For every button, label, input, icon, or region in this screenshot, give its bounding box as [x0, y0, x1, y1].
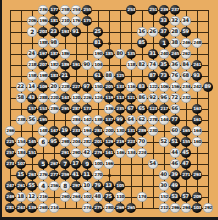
white-stone-214[interactable]: 214	[49, 203, 60, 214]
black-stone-273[interactable]: 273	[5, 159, 16, 170]
white-stone-166[interactable]: 166	[104, 159, 115, 170]
black-stone-141[interactable]: 141	[104, 148, 115, 159]
black-stone-123[interactable]: 123	[148, 104, 159, 115]
black-stone-277[interactable]: 277	[49, 170, 60, 181]
white-stone-48[interactable]: 48	[93, 192, 104, 203]
white-stone-254[interactable]: 254	[71, 5, 82, 16]
white-stone-30[interactable]: 30	[159, 181, 170, 192]
black-stone-89[interactable]: 89	[203, 82, 214, 93]
white-stone-62[interactable]: 62	[137, 115, 148, 126]
black-stone-41[interactable]: 41	[71, 170, 82, 181]
white-stone-76[interactable]: 76	[170, 71, 181, 82]
move-number: 186	[61, 52, 69, 56]
black-stone-45[interactable]: 45	[181, 148, 192, 159]
black-stone-135[interactable]: 135	[126, 49, 137, 60]
move-number: 2	[30, 29, 34, 35]
black-stone-269[interactable]: 269	[115, 203, 126, 214]
move-number: 57	[183, 194, 189, 199]
black-stone-281[interactable]: 281	[5, 203, 16, 214]
white-stone-52[interactable]: 52	[159, 137, 170, 148]
black-stone-65[interactable]: 65	[137, 104, 148, 115]
black-stone-225[interactable]: 225	[5, 137, 16, 148]
move-number: 173	[83, 107, 91, 111]
black-stone-25[interactable]: 25	[93, 27, 104, 38]
black-stone-5[interactable]: 5	[38, 159, 49, 170]
white-stone-298[interactable]: 298	[60, 137, 71, 148]
black-stone-15[interactable]: 15	[16, 170, 27, 181]
black-stone-177[interactable]: 177	[49, 5, 60, 16]
black-stone-109[interactable]: 109	[38, 82, 49, 93]
white-stone-28[interactable]: 28	[170, 27, 181, 38]
black-stone-291[interactable]: 291	[60, 148, 71, 159]
white-stone-148[interactable]: 148	[38, 126, 49, 137]
black-stone-79[interactable]: 79	[93, 181, 104, 192]
black-stone-155[interactable]: 155	[181, 137, 192, 148]
white-stone-8[interactable]: 8	[60, 181, 71, 192]
white-stone-100[interactable]: 100	[93, 159, 104, 170]
black-stone-55[interactable]: 55	[27, 181, 38, 192]
move-number: 26	[150, 29, 156, 34]
move-number: 243	[17, 206, 25, 210]
move-number: 100	[94, 162, 102, 166]
white-stone-46[interactable]: 46	[170, 159, 181, 170]
black-stone-119[interactable]: 119	[104, 93, 115, 104]
white-stone-120[interactable]: 120	[71, 93, 82, 104]
move-number: 92	[150, 95, 156, 100]
white-stone-136[interactable]: 136	[104, 104, 115, 115]
white-stone-106[interactable]: 106	[159, 82, 170, 93]
white-stone-232[interactable]: 232	[181, 93, 192, 104]
white-stone-196[interactable]: 196	[38, 16, 49, 27]
black-stone-157[interactable]: 157	[27, 104, 38, 115]
move-number: 147	[50, 129, 58, 133]
black-stone-97[interactable]: 97	[82, 82, 93, 93]
white-stone-290[interactable]: 290	[71, 148, 82, 159]
black-stone-227[interactable]: 227	[71, 82, 82, 93]
white-stone-190[interactable]: 190	[93, 49, 104, 60]
move-number: 104	[94, 63, 102, 67]
white-stone-38[interactable]: 38	[170, 38, 181, 49]
move-number: 292	[204, 206, 212, 210]
black-stone-209[interactable]: 209	[192, 192, 203, 203]
black-stone-205[interactable]: 205	[104, 82, 115, 93]
black-stone-263[interactable]: 263	[27, 170, 38, 181]
black-stone-181[interactable]: 181	[49, 16, 60, 27]
move-number: 187	[50, 52, 58, 56]
white-stone-116[interactable]: 116	[126, 82, 137, 93]
white-stone-236[interactable]: 236	[38, 5, 49, 16]
white-stone-66[interactable]: 66	[170, 104, 181, 115]
white-stone-238[interactable]: 238	[16, 115, 27, 126]
white-stone-242[interactable]: 242	[192, 82, 203, 93]
white-stone-144[interactable]: 144	[159, 115, 170, 126]
white-stone-42[interactable]: 42	[82, 148, 93, 159]
black-stone-223[interactable]: 223	[126, 137, 137, 148]
white-stone-102[interactable]: 102	[82, 192, 93, 203]
move-number: 138	[94, 118, 102, 122]
black-stone-217[interactable]: 217	[159, 104, 170, 115]
black-stone-121[interactable]: 121	[126, 93, 137, 104]
black-stone-9[interactable]: 9	[82, 159, 93, 170]
black-stone-13[interactable]: 13	[104, 181, 115, 192]
white-stone-284[interactable]: 284	[71, 115, 82, 126]
move-number: 122	[149, 85, 157, 89]
move-number: 234	[182, 85, 190, 89]
white-stone-274[interactable]: 274	[82, 203, 93, 214]
move-number: 256	[50, 184, 58, 188]
move-number: 203	[39, 30, 47, 34]
white-stone-84[interactable]: 84	[181, 60, 192, 71]
move-number: 59	[183, 29, 189, 34]
white-stone-124[interactable]: 124	[93, 93, 104, 104]
black-stone-193[interactable]: 193	[60, 27, 71, 38]
black-stone-73[interactable]: 73	[159, 71, 170, 82]
go-board[interactable]: 2361772582542552532512392372061961812101…	[0, 0, 218, 220]
white-stone-68[interactable]: 68	[181, 71, 192, 82]
white-stone-198[interactable]: 198	[38, 71, 49, 82]
move-number: 52	[161, 139, 167, 144]
white-stone-200[interactable]: 200	[104, 126, 115, 137]
black-stone-139[interactable]: 139	[27, 203, 38, 214]
black-stone-233[interactable]: 233	[71, 126, 82, 137]
black-stone-203[interactable]: 203	[38, 27, 49, 38]
white-stone-182[interactable]: 182	[49, 60, 60, 71]
black-stone-75[interactable]: 75	[104, 192, 115, 203]
move-number: 217	[160, 107, 168, 111]
white-stone-54[interactable]: 54	[148, 159, 159, 170]
black-stone-185[interactable]: 185	[104, 49, 115, 60]
white-stone-12[interactable]: 12	[27, 192, 38, 203]
white-stone-294[interactable]: 294	[181, 203, 192, 214]
black-stone-261[interactable]: 261	[16, 181, 27, 192]
black-stone-267[interactable]: 267	[49, 159, 60, 170]
move-number: 56	[29, 117, 35, 122]
white-stone-184[interactable]: 184	[16, 148, 27, 159]
white-stone-152[interactable]: 152	[159, 192, 170, 203]
white-stone-216[interactable]: 216	[38, 192, 49, 203]
white-stone-226[interactable]: 226	[82, 93, 93, 104]
move-number: 274	[83, 206, 91, 210]
black-stone-191[interactable]: 191	[71, 60, 82, 71]
white-stone-80[interactable]: 80	[115, 49, 126, 60]
black-stone-253[interactable]: 253	[126, 5, 137, 16]
white-stone-2[interactable]: 2	[27, 27, 38, 38]
white-stone-248[interactable]: 248	[192, 38, 203, 49]
black-stone-1[interactable]: 1	[159, 38, 170, 49]
white-stone-246[interactable]: 246	[181, 38, 192, 49]
black-stone-249[interactable]: 249	[5, 192, 16, 203]
white-stone-146[interactable]: 146	[115, 148, 126, 159]
black-stone-113[interactable]: 113	[115, 93, 126, 104]
white-stone-288[interactable]: 288	[38, 93, 49, 104]
white-stone-24[interactable]: 24	[27, 49, 38, 60]
white-stone-204[interactable]: 204	[71, 137, 82, 148]
white-stone-64[interactable]: 64	[126, 115, 137, 126]
white-stone-20[interactable]: 20	[49, 82, 60, 93]
black-stone-187[interactable]: 187	[49, 49, 60, 60]
black-stone-219[interactable]: 219	[115, 137, 126, 148]
move-number: 96	[161, 95, 167, 100]
white-stone-104[interactable]: 104	[93, 60, 104, 71]
white-stone-130[interactable]: 130	[115, 126, 126, 137]
black-stone-173[interactable]: 173	[82, 104, 93, 115]
black-stone-251[interactable]: 251	[148, 5, 159, 16]
white-stone-150[interactable]: 150	[93, 82, 104, 93]
black-stone-237[interactable]: 237	[170, 5, 181, 16]
black-stone-295[interactable]: 295	[60, 104, 71, 115]
white-stone-88[interactable]: 88	[104, 71, 115, 82]
white-stone-264[interactable]: 264	[71, 192, 82, 203]
white-stone-86[interactable]: 86	[137, 93, 148, 104]
black-stone-49[interactable]: 49	[170, 181, 181, 192]
black-stone-275[interactable]: 275	[93, 203, 104, 214]
move-number: 280	[105, 206, 113, 210]
move-number: 113	[116, 96, 124, 100]
black-stone-19[interactable]: 19	[60, 126, 71, 137]
move-number: 66	[172, 106, 178, 111]
white-stone-14[interactable]: 14	[27, 82, 38, 93]
black-stone-197[interactable]: 197	[38, 49, 49, 60]
white-stone-224[interactable]: 224	[137, 148, 148, 159]
white-stone-74[interactable]: 74	[148, 60, 159, 71]
white-stone-110[interactable]: 110	[115, 192, 126, 203]
move-number: 164	[193, 129, 201, 133]
black-stone-131[interactable]: 131	[126, 126, 137, 137]
move-number: 157	[28, 107, 36, 111]
white-stone-156[interactable]: 156	[170, 82, 181, 93]
black-stone-201[interactable]: 201	[93, 137, 104, 148]
move-number: 17	[73, 161, 79, 166]
white-stone-32[interactable]: 32	[170, 16, 181, 27]
grid-line-vertical	[208, 10, 209, 209]
black-stone-43[interactable]: 43	[27, 93, 38, 104]
move-number: 30	[161, 183, 167, 188]
black-stone-287[interactable]: 287	[71, 104, 82, 115]
black-stone-23[interactable]: 23	[49, 27, 60, 38]
move-number: 125	[116, 74, 124, 78]
black-stone-85[interactable]: 85	[137, 38, 148, 49]
white-stone-218[interactable]: 218	[27, 60, 38, 71]
black-stone-125[interactable]: 125	[115, 71, 126, 82]
black-stone-161[interactable]: 161	[192, 115, 203, 126]
white-stone-92[interactable]: 92	[148, 93, 159, 104]
white-stone-210[interactable]: 210	[60, 16, 71, 27]
black-stone-99[interactable]: 99	[115, 115, 126, 126]
white-stone-186[interactable]: 186	[60, 49, 71, 60]
black-stone-259[interactable]: 259	[60, 170, 71, 181]
white-stone-40[interactable]: 40	[159, 170, 170, 181]
black-stone-21[interactable]: 21	[60, 71, 71, 82]
black-stone-11[interactable]: 11	[82, 170, 93, 181]
black-stone-95[interactable]: 95	[49, 137, 60, 148]
white-stone-160[interactable]: 160	[192, 137, 203, 148]
white-stone-60[interactable]: 60	[170, 126, 181, 137]
black-stone-145[interactable]: 145	[27, 137, 38, 148]
black-stone-243[interactable]: 243	[16, 203, 27, 214]
black-stone-133[interactable]: 133	[115, 82, 126, 93]
white-stone-292[interactable]: 292	[203, 203, 214, 214]
white-stone-268[interactable]: 268	[38, 203, 49, 214]
move-number: 150	[94, 85, 102, 89]
black-stone-17[interactable]: 17	[71, 159, 82, 170]
move-number: 65	[139, 106, 145, 111]
white-stone-10[interactable]: 10	[82, 181, 93, 192]
black-stone-271[interactable]: 271	[181, 170, 192, 181]
white-stone-276[interactable]: 276	[38, 170, 49, 181]
white-stone-286[interactable]: 286	[49, 104, 60, 115]
white-stone-22[interactable]: 22	[16, 82, 27, 93]
white-stone-158[interactable]: 158	[27, 71, 38, 82]
black-stone-245[interactable]: 245	[170, 49, 181, 60]
black-stone-37[interactable]: 37	[159, 27, 170, 38]
white-stone-122[interactable]: 122	[148, 82, 159, 93]
black-stone-189[interactable]: 189	[60, 60, 71, 71]
white-stone-188[interactable]: 188	[38, 38, 49, 49]
black-stone-57[interactable]: 57	[181, 192, 192, 203]
black-stone-31[interactable]: 31	[148, 49, 159, 60]
white-stone-230[interactable]: 230	[148, 126, 159, 137]
white-stone-258[interactable]: 258	[60, 5, 71, 16]
black-stone-77[interactable]: 77	[170, 115, 181, 126]
move-number: 228	[61, 85, 69, 89]
black-stone-61[interactable]: 61	[93, 71, 104, 82]
white-stone-142[interactable]: 142	[82, 115, 93, 126]
black-stone-39[interactable]: 39	[170, 170, 181, 181]
white-stone-194[interactable]: 194	[82, 126, 93, 137]
white-stone-90[interactable]: 90	[82, 60, 93, 71]
black-stone-151[interactable]: 151	[27, 148, 38, 159]
black-stone-183[interactable]: 183	[49, 71, 60, 82]
white-stone-34[interactable]: 34	[181, 16, 192, 27]
black-stone-283[interactable]: 283	[93, 126, 104, 137]
white-stone-18[interactable]: 18	[16, 192, 27, 203]
white-stone-212[interactable]: 212	[159, 203, 170, 214]
move-number: 290	[72, 151, 80, 155]
white-stone-4[interactable]: 4	[38, 181, 49, 192]
black-stone-33[interactable]: 33	[159, 16, 170, 27]
black-stone-279[interactable]: 279	[93, 148, 104, 159]
white-stone-96[interactable]: 96	[159, 93, 170, 104]
black-stone-153[interactable]: 153	[38, 104, 49, 115]
move-number: 45	[183, 150, 189, 155]
move-number: 242	[193, 85, 201, 89]
white-stone-72[interactable]: 72	[170, 93, 181, 104]
black-stone-137[interactable]: 137	[104, 115, 115, 126]
black-stone-207[interactable]: 207	[38, 60, 49, 71]
black-stone-53[interactable]: 53	[170, 192, 181, 203]
black-stone-105[interactable]: 105	[115, 181, 126, 192]
black-stone-293[interactable]: 293	[192, 170, 203, 181]
move-number: 278	[149, 118, 157, 122]
white-stone-270[interactable]: 270	[93, 170, 104, 181]
white-stone-206[interactable]: 206	[27, 16, 38, 27]
white-stone-98[interactable]: 98	[49, 38, 60, 49]
black-stone-235[interactable]: 235	[115, 104, 126, 115]
white-stone-256[interactable]: 256	[49, 181, 60, 192]
white-stone-154[interactable]: 154	[16, 137, 27, 148]
black-stone-35[interactable]: 35	[159, 60, 170, 71]
move-number: 23	[51, 29, 57, 34]
move-number: 90	[84, 62, 90, 67]
white-stone-164[interactable]: 164	[192, 126, 203, 137]
black-stone-7[interactable]: 7	[60, 159, 71, 170]
move-number: 193	[61, 30, 69, 34]
white-stone-134[interactable]: 134	[126, 148, 137, 159]
white-stone-6[interactable]: 6	[38, 137, 49, 148]
white-stone-260[interactable]: 260	[60, 192, 71, 203]
white-stone-70[interactable]: 70	[137, 137, 148, 148]
black-stone-175[interactable]: 175	[82, 16, 93, 27]
move-number: 76	[172, 73, 178, 78]
move-number: 120	[72, 96, 80, 100]
black-stone-83[interactable]: 83	[137, 82, 148, 93]
black-stone-59[interactable]: 59	[181, 27, 192, 38]
black-stone-265[interactable]: 265	[126, 203, 137, 214]
black-stone-239[interactable]: 239	[159, 5, 170, 16]
white-stone-58[interactable]: 58	[16, 93, 27, 104]
white-stone-234[interactable]: 234	[181, 82, 192, 93]
black-stone-163[interactable]: 163	[192, 104, 203, 115]
white-stone-266[interactable]: 266	[5, 126, 16, 137]
black-stone-91[interactable]: 91	[71, 27, 82, 38]
black-stone-247[interactable]: 247	[5, 181, 16, 192]
black-stone-143[interactable]: 143	[60, 93, 71, 104]
white-stone-278[interactable]: 278	[148, 115, 159, 126]
black-stone-241[interactable]: 241	[192, 60, 203, 71]
white-stone-26[interactable]: 26	[148, 27, 159, 38]
black-stone-107[interactable]: 107	[16, 159, 27, 170]
white-stone-174[interactable]: 174	[137, 192, 148, 203]
black-stone-165[interactable]: 165	[181, 126, 192, 137]
black-stone-103[interactable]: 103	[192, 203, 203, 214]
move-number: 293	[193, 173, 201, 177]
white-stone-36[interactable]: 36	[170, 60, 181, 71]
black-stone-67[interactable]: 67	[126, 104, 137, 115]
white-stone-16[interactable]: 16	[137, 27, 148, 38]
white-stone-282[interactable]: 282	[82, 137, 93, 148]
white-stone-228[interactable]: 228	[60, 82, 71, 93]
move-number: 188	[39, 41, 47, 45]
black-stone-81[interactable]: 81	[93, 38, 104, 49]
white-stone-176[interactable]: 176	[71, 16, 82, 27]
black-stone-93[interactable]: 93	[192, 71, 203, 82]
move-number: 25	[95, 29, 101, 34]
white-stone-220[interactable]: 220	[49, 93, 60, 104]
white-stone-118[interactable]: 118	[126, 60, 137, 71]
black-stone-129[interactable]: 129	[104, 137, 115, 148]
black-stone-51[interactable]: 51	[170, 137, 181, 148]
move-number: 245	[171, 52, 179, 56]
white-stone-138[interactable]: 138	[93, 115, 104, 126]
white-stone-262[interactable]: 262	[181, 49, 192, 60]
move-number: 34	[183, 18, 189, 23]
white-stone-82[interactable]: 82	[137, 60, 148, 71]
move-number: 185	[105, 52, 113, 56]
black-stone-47[interactable]: 47	[181, 159, 192, 170]
black-stone-255[interactable]: 255	[82, 5, 93, 16]
white-stone-280[interactable]: 280	[104, 203, 115, 214]
white-stone-56[interactable]: 56	[27, 115, 38, 126]
white-stone-44[interactable]: 44	[170, 148, 181, 159]
white-stone-296[interactable]: 296	[170, 203, 181, 214]
black-stone-195[interactable]: 195	[38, 115, 49, 126]
white-stone-240[interactable]: 240	[159, 49, 170, 60]
black-stone-87[interactable]: 87	[148, 71, 159, 82]
black-stone-289[interactable]: 289	[137, 126, 148, 137]
black-stone-257[interactable]: 257	[5, 148, 16, 159]
black-stone-147[interactable]: 147	[49, 126, 60, 137]
black-stone-297[interactable]: 297	[71, 181, 82, 192]
